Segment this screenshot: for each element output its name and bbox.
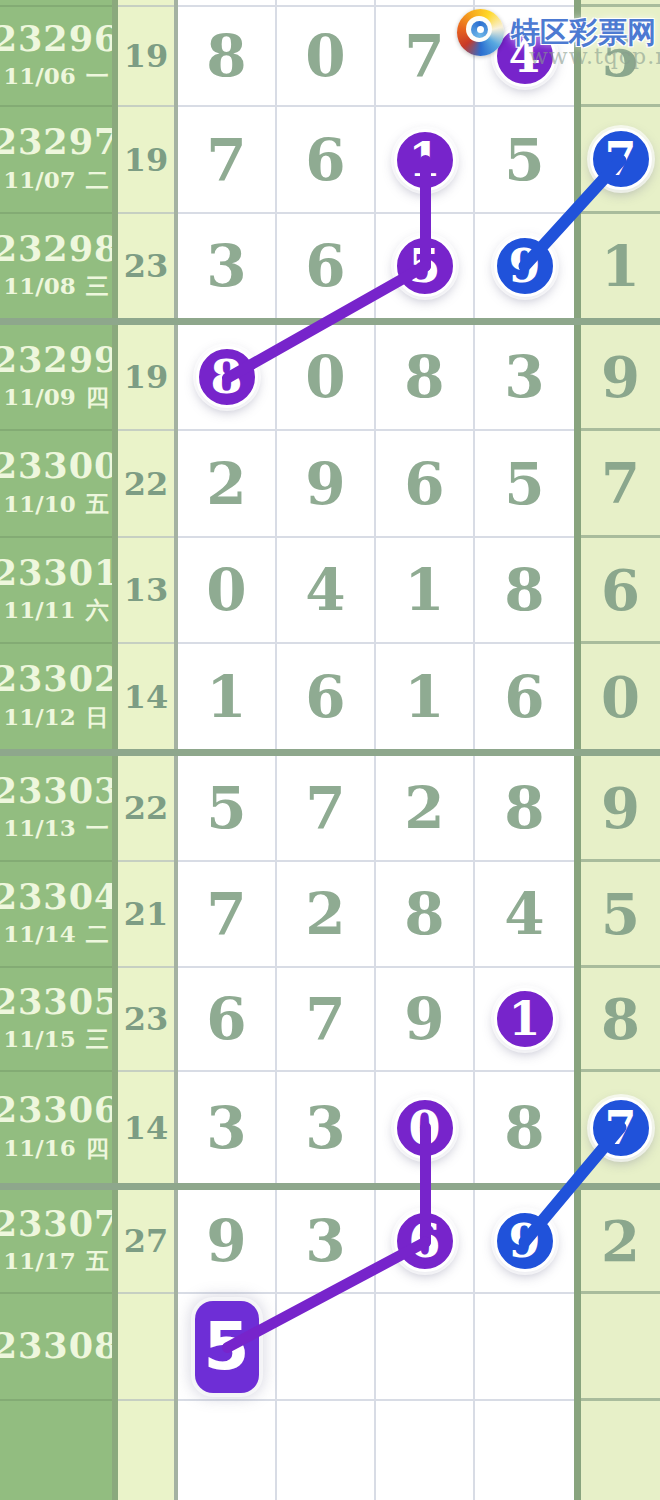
digit-cell: 4	[277, 538, 376, 644]
digit-value: 7	[604, 1101, 636, 1155]
digit-cell: 8	[475, 1072, 574, 1183]
period-label: 23306	[0, 1091, 119, 1130]
digit-cell: 6	[277, 214, 376, 318]
period-cell: 2329911/09四	[0, 325, 112, 431]
period-cell: 2330611/16四	[0, 1072, 112, 1183]
digit-cell: 8	[376, 325, 475, 431]
mark-circle-blue: 7	[590, 128, 652, 190]
date-label: 11/12日	[3, 702, 108, 733]
weekday-value: 六	[86, 596, 109, 623]
digit-cell: 1	[178, 644, 277, 749]
column-divider	[574, 1072, 581, 1183]
digit-cell: 6	[178, 968, 277, 1072]
digit-cell: 9	[475, 1190, 574, 1294]
digit-value: 6	[305, 126, 345, 194]
sum-value: 19	[124, 358, 169, 396]
column-divider	[574, 538, 581, 644]
digit-value: 8	[504, 1094, 544, 1162]
date-label: 11/14二	[3, 919, 108, 950]
column-divider	[574, 862, 581, 968]
digit-value: 6	[305, 663, 345, 731]
digit-cell: 8	[178, 7, 277, 107]
column-divider	[574, 107, 581, 214]
sum-cell: 23	[118, 214, 174, 318]
draw-row-23299: 2329911/09四1980839	[0, 325, 660, 431]
digit-value: 8	[210, 350, 242, 404]
date-value: 11/11	[3, 596, 75, 623]
weekday-value: 日	[86, 703, 109, 730]
digit-value: 5	[408, 239, 440, 293]
digit-value: 6	[504, 663, 544, 731]
extra-digit-cell	[581, 1294, 660, 1401]
sum-cell: 22	[118, 431, 174, 538]
digit-cell: 8	[475, 756, 574, 862]
digit-cell: 7	[277, 968, 376, 1072]
mark-circle-purple: 5	[394, 235, 456, 297]
separator-row	[0, 318, 660, 325]
digit-cell: 0	[178, 538, 277, 644]
digit-cell	[376, 0, 475, 7]
date-value: 11/14	[3, 920, 75, 947]
period-label: 23305	[0, 983, 119, 1022]
trend-chart-board: 2329611/06一19807452329711/07二19761572329…	[0, 0, 660, 1500]
digit-value: 1	[408, 133, 440, 187]
sum-cell	[118, 0, 174, 7]
trend-table: 2329611/06一19807452329711/07二19761572329…	[0, 0, 660, 1500]
digit-cell	[277, 1294, 376, 1401]
draw-row-23297: 2329711/07二1976157	[0, 107, 660, 214]
digit-cell: 0	[277, 325, 376, 431]
period-label: 23307	[0, 1205, 119, 1244]
mark-circle-blue: 9	[494, 1210, 556, 1272]
extra-digit-cell: 5	[581, 862, 660, 968]
extra-digit-cell: 9	[581, 756, 660, 862]
digit-cell: 9	[277, 431, 376, 538]
digit-cell	[475, 1401, 574, 1500]
digit-value: 9	[508, 239, 540, 293]
column-divider	[574, 756, 581, 862]
digit-value: 5	[206, 774, 246, 842]
date-label: 11/11六	[3, 595, 108, 626]
date-label: 11/07二	[3, 165, 108, 196]
digit-value: 3	[504, 343, 544, 411]
digit-value: 7	[604, 132, 636, 186]
digit-value: 9	[601, 775, 640, 841]
sum-value: 23	[124, 1000, 169, 1038]
digit-cell: 6	[277, 644, 376, 749]
digit-value: 0	[206, 556, 246, 624]
period-label: 23304	[0, 878, 119, 917]
weekday-value: 二	[86, 166, 109, 193]
digit-cell: 5	[178, 756, 277, 862]
weekday-value: 四	[86, 383, 109, 410]
draw-row-23308: 233085	[0, 1294, 660, 1401]
sum-cell: 19	[118, 107, 174, 214]
sum-cell: 22	[118, 756, 174, 862]
date-value: 11/06	[3, 62, 75, 89]
weekday-value: 二	[86, 920, 109, 947]
period-label: 23302	[0, 660, 119, 699]
digit-cell: 0	[277, 7, 376, 107]
digit-cell: 1	[475, 968, 574, 1072]
period-label: 23300	[0, 447, 119, 486]
digit-cell	[376, 1401, 475, 1500]
digit-cell: 6	[376, 1190, 475, 1294]
date-value: 11/13	[3, 814, 75, 841]
sum-cell	[118, 1294, 174, 1401]
digit-cell: 3	[277, 1190, 376, 1294]
weekday-value: 三	[86, 1025, 109, 1052]
mark-circle-purple: 6	[394, 1210, 456, 1272]
date-label: 11/13一	[3, 813, 108, 844]
row-empty-bottom	[0, 1401, 660, 1500]
row-partial-top	[0, 0, 660, 7]
period-cell: 2330311/13一	[0, 756, 112, 862]
digit-value: 3	[305, 1207, 345, 1275]
sum-cell: 19	[118, 325, 174, 431]
digit-value: 7	[404, 22, 444, 90]
digit-value: 6	[206, 985, 246, 1053]
digit-value: 1	[404, 663, 444, 731]
digit-value: 9	[305, 450, 345, 518]
mark-square-purple: 5	[195, 1301, 259, 1393]
digit-cell: 3	[277, 1072, 376, 1183]
digit-cell: 6	[376, 431, 475, 538]
weekday-value: 一	[86, 814, 109, 841]
digit-value: 7	[206, 880, 246, 948]
digit-cell	[376, 1294, 475, 1401]
period-cell	[0, 0, 112, 7]
digit-value: 0	[305, 22, 345, 90]
digit-value: 8	[504, 556, 544, 624]
sum-cell	[118, 1401, 174, 1500]
site-logo-icon	[457, 9, 504, 56]
extra-digit-cell	[581, 1401, 660, 1500]
period-label: 23296	[0, 20, 119, 59]
extra-digit-cell: 7	[581, 107, 660, 214]
digit-value: 2	[305, 880, 345, 948]
separator-row	[0, 1183, 660, 1190]
weekday-value: 一	[86, 62, 109, 89]
digit-cell: 5	[178, 1294, 277, 1401]
digit-value: 6	[404, 450, 444, 518]
column-divider	[574, 1294, 581, 1401]
digit-cell: 7	[178, 107, 277, 214]
period-cell: 2330211/12日	[0, 644, 112, 749]
period-cell: 2330511/15三	[0, 968, 112, 1072]
digit-cell: 3	[475, 325, 574, 431]
separator-row	[0, 749, 660, 756]
digit-cell	[277, 0, 376, 7]
digit-value: 4	[305, 556, 345, 624]
digit-cell: 1	[376, 107, 475, 214]
digit-value: 8	[601, 986, 640, 1052]
sum-cell: 13	[118, 538, 174, 644]
mark-circle-blue: 9	[494, 235, 556, 297]
digit-value: 4	[504, 880, 544, 948]
date-label: 11/06一	[3, 61, 108, 92]
date-value: 11/07	[3, 166, 75, 193]
extra-digit-cell: 7	[581, 1072, 660, 1183]
digit-cell: 1	[376, 644, 475, 749]
draw-row-23307: 2330711/17五2793692	[0, 1190, 660, 1294]
digit-cell: 5	[376, 214, 475, 318]
digit-value: 1	[508, 992, 540, 1046]
digit-value: 8	[404, 880, 444, 948]
digit-cell: 2	[376, 756, 475, 862]
period-label: 23308	[0, 1327, 119, 1366]
period-label: 23303	[0, 772, 119, 811]
weekday-value: 三	[86, 272, 109, 299]
date-label: 11/09四	[3, 382, 108, 413]
digit-cell: 9	[475, 214, 574, 318]
digit-value: 8	[404, 343, 444, 411]
digit-value: 8	[206, 22, 246, 90]
extra-digit-cell: 7	[581, 431, 660, 538]
sum-value: 19	[124, 37, 169, 75]
period-label: 23298	[0, 230, 119, 269]
date-value: 11/08	[3, 272, 75, 299]
mark-circle-purple: 8	[196, 346, 258, 408]
digit-value: 6	[305, 232, 345, 300]
digit-value: 2	[206, 450, 246, 518]
extra-digit-cell: 0	[581, 644, 660, 749]
digit-value: 9	[404, 985, 444, 1053]
extra-digit-cell: 8	[581, 968, 660, 1072]
digit-value: 7	[305, 774, 345, 842]
digit-value: 0	[305, 343, 345, 411]
digit-cell: 7	[178, 862, 277, 968]
date-value: 11/12	[3, 703, 75, 730]
column-divider	[574, 1190, 581, 1294]
date-label: 11/08三	[3, 271, 108, 302]
digit-value: 1	[206, 663, 246, 731]
draw-row-23301: 2330111/11六1304186	[0, 538, 660, 644]
sum-value: 21	[124, 895, 169, 933]
digit-value: 5	[504, 126, 544, 194]
digit-value: 3	[305, 1094, 345, 1162]
column-divider	[574, 325, 581, 431]
digit-value: 0	[408, 1101, 440, 1155]
digit-value: 7	[305, 985, 345, 1053]
period-cell: 2329811/08三	[0, 214, 112, 318]
sum-cell: 19	[118, 7, 174, 107]
logo-center-dot	[477, 26, 484, 33]
column-divider	[574, 431, 581, 538]
sum-value: 22	[124, 465, 169, 503]
digit-cell: 7	[277, 756, 376, 862]
digit-value: 1	[404, 556, 444, 624]
sum-value: 27	[124, 1222, 169, 1260]
digit-value: 9	[508, 1214, 540, 1268]
digit-value: 6	[601, 557, 640, 623]
column-divider	[574, 0, 581, 7]
draw-row-23305: 2330511/15三2367918	[0, 968, 660, 1072]
sum-value: 14	[124, 1109, 169, 1147]
sum-value: 19	[124, 141, 169, 179]
sum-value: 13	[124, 571, 169, 609]
digit-value: 1	[601, 233, 640, 299]
period-cell: 2330411/14二	[0, 862, 112, 968]
date-label: 11/15三	[3, 1024, 108, 1055]
digit-value: 3	[206, 1094, 246, 1162]
sum-value: 23	[124, 247, 169, 285]
date-label: 11/10五	[3, 489, 108, 520]
draw-row-23300: 2330011/10五2229657	[0, 431, 660, 538]
date-label: 11/17五	[3, 1246, 108, 1277]
period-cell: 2330711/17五	[0, 1190, 112, 1294]
digit-value: 6	[408, 1214, 440, 1268]
period-label: 23297	[0, 123, 119, 162]
period-cell	[0, 1401, 112, 1500]
period-cell: 2329711/07二	[0, 107, 112, 214]
date-value: 11/09	[3, 383, 75, 410]
draw-row-23304: 2330411/14二2172845	[0, 862, 660, 968]
date-value: 11/16	[3, 1134, 75, 1161]
digit-cell: 3	[178, 214, 277, 318]
digit-value: 9	[601, 344, 640, 410]
digit-cell: 8	[178, 325, 277, 431]
digit-cell: 2	[277, 862, 376, 968]
digit-cell: 2	[178, 431, 277, 538]
extra-digit-cell: 1	[581, 214, 660, 318]
date-label: 11/16四	[3, 1133, 108, 1164]
column-divider	[574, 968, 581, 1072]
mark-circle-purple: 1	[394, 129, 456, 191]
sum-cell: 14	[118, 1072, 174, 1183]
sum-cell: 27	[118, 1190, 174, 1294]
extra-digit-cell	[581, 0, 660, 7]
draw-row-23298: 2329811/08三2336591	[0, 214, 660, 318]
weekday-value: 四	[86, 1134, 109, 1161]
digit-cell: 1	[376, 538, 475, 644]
mark-circle-purple: 0	[394, 1097, 456, 1159]
sum-cell: 14	[118, 644, 174, 749]
period-cell: 2330011/10五	[0, 431, 112, 538]
period-label: 23301	[0, 554, 119, 593]
digit-cell: 0	[376, 1072, 475, 1183]
digit-cell: 9	[376, 968, 475, 1072]
digit-cell	[178, 1401, 277, 1500]
digit-cell	[475, 0, 574, 7]
digit-value: 5	[504, 450, 544, 518]
digit-value: 8	[504, 774, 544, 842]
digit-cell: 4	[475, 862, 574, 968]
period-cell: 23308	[0, 1294, 112, 1401]
period-label: 23299	[0, 341, 119, 380]
extra-digit-cell: 2	[581, 1190, 660, 1294]
digit-value: 2	[601, 1208, 640, 1274]
digit-value: 3	[206, 232, 246, 300]
date-value: 11/17	[3, 1247, 75, 1274]
digit-value: 5	[601, 881, 640, 947]
date-value: 11/15	[3, 1025, 75, 1052]
digit-value: 0	[601, 664, 640, 730]
date-value: 11/10	[3, 490, 75, 517]
digit-value: 2	[404, 774, 444, 842]
digit-cell	[277, 1401, 376, 1500]
sum-value: 22	[124, 789, 169, 827]
mark-circle-blue: 7	[590, 1097, 652, 1159]
digit-value: 5	[204, 1308, 250, 1385]
digit-cell: 5	[475, 431, 574, 538]
digit-cell	[178, 0, 277, 7]
period-cell: 2329611/06一	[0, 7, 112, 107]
digit-cell	[475, 1294, 574, 1401]
draw-row-23303: 2330311/13一2257289	[0, 756, 660, 862]
digit-cell: 6	[475, 644, 574, 749]
digit-value: 7	[601, 450, 640, 516]
digit-cell: 3	[178, 1072, 277, 1183]
column-divider	[574, 214, 581, 318]
weekday-value: 五	[86, 490, 109, 517]
column-divider	[574, 1401, 581, 1500]
site-url-watermark: www.tqcp.net	[529, 44, 660, 69]
digit-value: 7	[206, 126, 246, 194]
weekday-value: 五	[86, 1247, 109, 1274]
extra-digit-cell: 9	[581, 325, 660, 431]
digit-cell: 6	[277, 107, 376, 214]
digit-value: 9	[206, 1207, 246, 1275]
draw-row-23302: 2330211/12日1416160	[0, 644, 660, 749]
digit-cell: 8	[475, 538, 574, 644]
sum-cell: 21	[118, 862, 174, 968]
sum-cell: 23	[118, 968, 174, 1072]
digit-cell: 9	[178, 1190, 277, 1294]
digit-cell: 5	[475, 107, 574, 214]
sum-value: 14	[124, 678, 169, 716]
extra-digit-cell: 6	[581, 538, 660, 644]
mark-circle-purple: 1	[494, 988, 556, 1050]
column-divider	[574, 644, 581, 749]
digit-cell: 8	[376, 862, 475, 968]
period-cell: 2330111/11六	[0, 538, 112, 644]
draw-row-23306: 2330611/16四1433087	[0, 1072, 660, 1183]
